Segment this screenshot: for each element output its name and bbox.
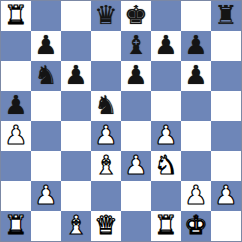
piece-white-pawn: ♟ — [154, 121, 177, 150]
square-h3[interactable] — [211, 151, 241, 181]
square-b7[interactable]: ♟ — [31, 31, 61, 61]
square-g1[interactable]: ♚ — [181, 211, 211, 241]
square-h7[interactable] — [211, 31, 241, 61]
square-a3[interactable] — [1, 151, 31, 181]
square-d7[interactable] — [91, 31, 121, 61]
square-c1[interactable]: ♝ — [61, 211, 91, 241]
square-f1[interactable]: ♜ — [151, 211, 181, 241]
piece-black-queen: ♛ — [94, 1, 117, 30]
square-b1[interactable] — [31, 211, 61, 241]
square-f4[interactable]: ♟ — [151, 121, 181, 151]
square-e4[interactable] — [121, 121, 151, 151]
piece-black-knight: ♞ — [94, 91, 117, 120]
square-c6[interactable]: ♟ — [61, 61, 91, 91]
piece-white-pawn: ♟ — [4, 121, 27, 150]
square-f6[interactable] — [151, 61, 181, 91]
square-c3[interactable] — [61, 151, 91, 181]
square-a5[interactable]: ♟ — [1, 91, 31, 121]
piece-white-king: ♚ — [184, 211, 207, 240]
square-a7[interactable] — [1, 31, 31, 61]
square-f7[interactable]: ♟ — [151, 31, 181, 61]
square-g2[interactable]: ♟ — [181, 181, 211, 211]
square-a8[interactable]: ♜ — [1, 1, 31, 31]
piece-black-rook: ♜ — [214, 1, 237, 30]
square-h2[interactable]: ♟ — [211, 181, 241, 211]
square-c2[interactable] — [61, 181, 91, 211]
square-g4[interactable] — [181, 121, 211, 151]
square-b5[interactable] — [31, 91, 61, 121]
piece-black-pawn: ♟ — [4, 91, 27, 120]
square-e2[interactable] — [121, 181, 151, 211]
square-d6[interactable] — [91, 61, 121, 91]
square-g5[interactable] — [181, 91, 211, 121]
square-h4[interactable] — [211, 121, 241, 151]
piece-black-king: ♚ — [124, 1, 147, 30]
square-b4[interactable] — [31, 121, 61, 151]
square-h5[interactable] — [211, 91, 241, 121]
square-a2[interactable] — [1, 181, 31, 211]
piece-white-pawn: ♟ — [214, 181, 237, 210]
square-h6[interactable] — [211, 61, 241, 91]
square-e5[interactable] — [121, 91, 151, 121]
square-d2[interactable] — [91, 181, 121, 211]
square-g7[interactable]: ♟ — [181, 31, 211, 61]
square-e7[interactable]: ♝ — [121, 31, 151, 61]
piece-black-bishop: ♝ — [124, 31, 147, 60]
square-a6[interactable] — [1, 61, 31, 91]
piece-black-pawn: ♟ — [184, 31, 207, 60]
square-d1[interactable]: ♛ — [91, 211, 121, 241]
piece-white-pawn: ♟ — [34, 181, 57, 210]
piece-black-pawn: ♟ — [124, 61, 147, 90]
square-c5[interactable] — [61, 91, 91, 121]
square-b8[interactable] — [31, 1, 61, 31]
square-h1[interactable] — [211, 211, 241, 241]
piece-white-rook: ♜ — [154, 211, 177, 240]
piece-white-pawn: ♟ — [94, 121, 117, 150]
square-f3[interactable]: ♞ — [151, 151, 181, 181]
chess-board: ♜♛♚♜♟♝♟♟♞♟♟♟♟♞♟♟♟♝♟♞♟♟♟♜♝♛♜♚ — [0, 0, 242, 242]
piece-white-knight: ♞ — [154, 151, 177, 180]
piece-white-pawn: ♟ — [184, 181, 207, 210]
square-a4[interactable]: ♟ — [1, 121, 31, 151]
square-d4[interactable]: ♟ — [91, 121, 121, 151]
piece-black-knight: ♞ — [34, 61, 57, 90]
square-e1[interactable] — [121, 211, 151, 241]
piece-black-pawn: ♟ — [64, 61, 87, 90]
piece-white-bishop: ♝ — [64, 211, 87, 240]
square-a1[interactable]: ♜ — [1, 211, 31, 241]
piece-white-bishop: ♝ — [94, 151, 117, 180]
square-g8[interactable] — [181, 1, 211, 31]
piece-white-rook: ♜ — [4, 1, 27, 30]
square-b2[interactable]: ♟ — [31, 181, 61, 211]
square-d5[interactable]: ♞ — [91, 91, 121, 121]
square-c8[interactable] — [61, 1, 91, 31]
square-b3[interactable] — [31, 151, 61, 181]
square-c4[interactable] — [61, 121, 91, 151]
piece-black-pawn: ♟ — [184, 61, 207, 90]
square-e8[interactable]: ♚ — [121, 1, 151, 31]
square-f5[interactable] — [151, 91, 181, 121]
square-d3[interactable]: ♝ — [91, 151, 121, 181]
square-e6[interactable]: ♟ — [121, 61, 151, 91]
square-e3[interactable]: ♟ — [121, 151, 151, 181]
piece-black-pawn: ♟ — [34, 31, 57, 60]
square-b6[interactable]: ♞ — [31, 61, 61, 91]
piece-white-pawn: ♟ — [124, 151, 147, 180]
square-f8[interactable] — [151, 1, 181, 31]
square-d8[interactable]: ♛ — [91, 1, 121, 31]
piece-white-rook: ♜ — [4, 211, 27, 240]
square-g3[interactable] — [181, 151, 211, 181]
piece-black-pawn: ♟ — [154, 31, 177, 60]
square-h8[interactable]: ♜ — [211, 1, 241, 31]
piece-white-queen: ♛ — [94, 211, 117, 240]
square-g6[interactable]: ♟ — [181, 61, 211, 91]
square-c7[interactable] — [61, 31, 91, 61]
square-f2[interactable] — [151, 181, 181, 211]
